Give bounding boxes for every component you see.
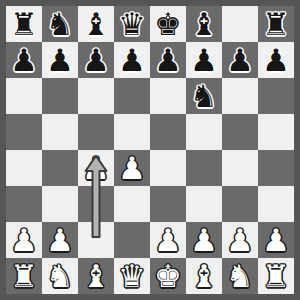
black-rook: ♜ [6,6,42,42]
white-bishop: ♝ [78,258,114,294]
black-pawn: ♟ [114,42,150,78]
square-g2[interactable]: ♟ [222,222,258,258]
square-g1[interactable]: ♞ [222,258,258,294]
black-pawn: ♟ [78,42,114,78]
square-b6[interactable] [42,78,78,114]
square-b1[interactable]: ♞ [42,258,78,294]
square-b3[interactable] [42,186,78,222]
square-c3[interactable] [78,186,114,222]
square-c7[interactable]: ♟ [78,42,114,78]
white-knight: ♞ [42,258,78,294]
square-g4[interactable] [222,150,258,186]
square-h2[interactable]: ♟ [258,222,294,258]
board-frame: ♜♞♝♛♚♝♜♟♟♟♟♟♟♟♟♞♟♟♟♟♟♟♟♟♜♞♝♛♚♝♞♜ [0,0,300,300]
square-a8[interactable]: ♜ [6,6,42,42]
black-pawn: ♟ [186,42,222,78]
square-e8[interactable]: ♚ [150,6,186,42]
square-d3[interactable] [114,186,150,222]
square-b2[interactable]: ♟ [42,222,78,258]
square-h7[interactable]: ♟ [258,42,294,78]
black-bishop: ♝ [186,6,222,42]
black-pawn: ♟ [222,42,258,78]
square-h6[interactable] [258,78,294,114]
square-g5[interactable] [222,114,258,150]
white-king: ♚ [150,258,186,294]
white-bishop: ♝ [186,258,222,294]
square-b7[interactable]: ♟ [42,42,78,78]
black-bishop: ♝ [78,6,114,42]
square-e6[interactable] [150,78,186,114]
square-h4[interactable] [258,150,294,186]
white-queen: ♛ [114,258,150,294]
black-pawn: ♟ [6,42,42,78]
white-pawn: ♟ [258,222,294,258]
square-c8[interactable]: ♝ [78,6,114,42]
square-h8[interactable]: ♜ [258,6,294,42]
square-d5[interactable] [114,114,150,150]
white-rook: ♜ [258,258,294,294]
square-e4[interactable] [150,150,186,186]
square-g3[interactable] [222,186,258,222]
square-b5[interactable] [42,114,78,150]
square-h5[interactable] [258,114,294,150]
square-g8[interactable] [222,6,258,42]
square-f4[interactable] [186,150,222,186]
white-pawn: ♟ [186,222,222,258]
square-d1[interactable]: ♛ [114,258,150,294]
square-f1[interactable]: ♝ [186,258,222,294]
white-pawn: ♟ [114,150,150,186]
black-knight: ♞ [42,6,78,42]
white-pawn: ♟ [78,150,114,186]
square-a1[interactable]: ♜ [6,258,42,294]
square-d8[interactable]: ♛ [114,6,150,42]
square-h1[interactable]: ♜ [258,258,294,294]
square-e2[interactable]: ♟ [150,222,186,258]
square-a5[interactable] [6,114,42,150]
square-d2[interactable] [114,222,150,258]
square-g7[interactable]: ♟ [222,42,258,78]
square-b8[interactable]: ♞ [42,6,78,42]
square-c5[interactable] [78,114,114,150]
black-rook: ♜ [258,6,294,42]
square-h3[interactable] [258,186,294,222]
black-knight: ♞ [186,78,222,114]
black-pawn: ♟ [258,42,294,78]
white-pawn: ♟ [222,222,258,258]
square-a6[interactable] [6,78,42,114]
square-f3[interactable] [186,186,222,222]
square-d4[interactable]: ♟ [114,150,150,186]
square-a2[interactable]: ♟ [6,222,42,258]
square-f6[interactable]: ♞ [186,78,222,114]
white-pawn: ♟ [6,222,42,258]
square-f7[interactable]: ♟ [186,42,222,78]
square-f2[interactable]: ♟ [186,222,222,258]
square-f8[interactable]: ♝ [186,6,222,42]
white-pawn: ♟ [150,222,186,258]
black-pawn: ♟ [42,42,78,78]
square-d6[interactable] [114,78,150,114]
white-pawn: ♟ [42,222,78,258]
square-e1[interactable]: ♚ [150,258,186,294]
square-a4[interactable] [6,150,42,186]
black-king: ♚ [150,6,186,42]
square-c1[interactable]: ♝ [78,258,114,294]
white-knight: ♞ [222,258,258,294]
square-c6[interactable] [78,78,114,114]
square-b4[interactable] [42,150,78,186]
white-rook: ♜ [6,258,42,294]
square-c4[interactable]: ♟ [78,150,114,186]
chess-board: ♜♞♝♛♚♝♜♟♟♟♟♟♟♟♟♞♟♟♟♟♟♟♟♟♜♞♝♛♚♝♞♜ [6,6,294,294]
square-e7[interactable]: ♟ [150,42,186,78]
square-g6[interactable] [222,78,258,114]
square-a3[interactable] [6,186,42,222]
square-f5[interactable] [186,114,222,150]
black-queen: ♛ [114,6,150,42]
square-e5[interactable] [150,114,186,150]
square-d7[interactable]: ♟ [114,42,150,78]
square-e3[interactable] [150,186,186,222]
square-c2[interactable] [78,222,114,258]
black-pawn: ♟ [150,42,186,78]
square-a7[interactable]: ♟ [6,42,42,78]
